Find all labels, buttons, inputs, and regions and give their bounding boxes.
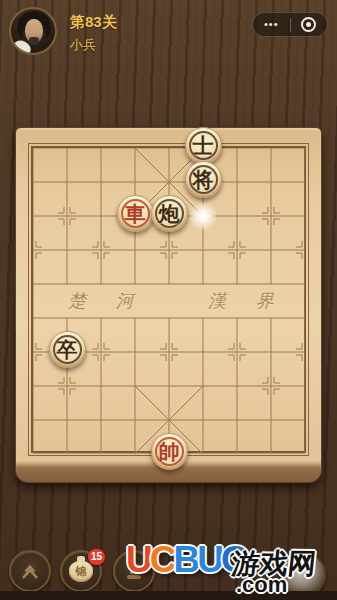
piece-glyph: 士: [193, 135, 214, 156]
bottom-edge: [0, 591, 337, 600]
piece-glyph: 卒: [57, 339, 78, 360]
river-label-hanjie: 漢 界: [208, 289, 286, 313]
piece-black-advisor[interactable]: 士: [185, 127, 222, 164]
tower-button[interactable]: [113, 550, 155, 592]
piece-black-general[interactable]: 将: [185, 161, 222, 198]
coin-count: 30: [183, 559, 197, 574]
app-screen: 第83关 小兵 ••• 楚 河 漢 界 士将車炮卒帥: [0, 0, 337, 600]
piece-black-soldier[interactable]: 卒: [49, 331, 86, 368]
piece-glyph: 炮: [159, 203, 180, 224]
brocade-bag-icon: 锦: [69, 561, 93, 582]
piece-red-general[interactable]: 帥: [151, 433, 188, 470]
piece-glyph: 帥: [159, 441, 180, 462]
piece-glyph: 車: [125, 203, 146, 224]
more-options-icon[interactable]: •••: [253, 13, 290, 36]
piece-glyph: 将: [193, 169, 214, 190]
pagoda-icon: [126, 560, 142, 582]
chevron-up-icon: [19, 562, 41, 580]
collapse-menu-button[interactable]: [9, 550, 51, 592]
piece-red-chariot[interactable]: 車: [117, 195, 154, 232]
xiangqi-board: 楚 河 漢 界 士将車炮卒帥: [15, 127, 322, 483]
player-avatar[interactable]: [9, 7, 57, 55]
hint-bag-button[interactable]: 锦 15: [60, 550, 102, 592]
close-minimize-icon[interactable]: [291, 17, 328, 32]
hint-count-badge: 15: [88, 549, 105, 565]
piece-black-cannon[interactable]: 炮: [151, 195, 188, 232]
avatar-beard: [29, 37, 39, 45]
player-name: 小兵: [70, 36, 96, 54]
level-title: 第83关: [70, 13, 117, 32]
river-label-chuhe: 楚 河: [68, 289, 146, 313]
wechat-capsule: •••: [252, 12, 328, 37]
